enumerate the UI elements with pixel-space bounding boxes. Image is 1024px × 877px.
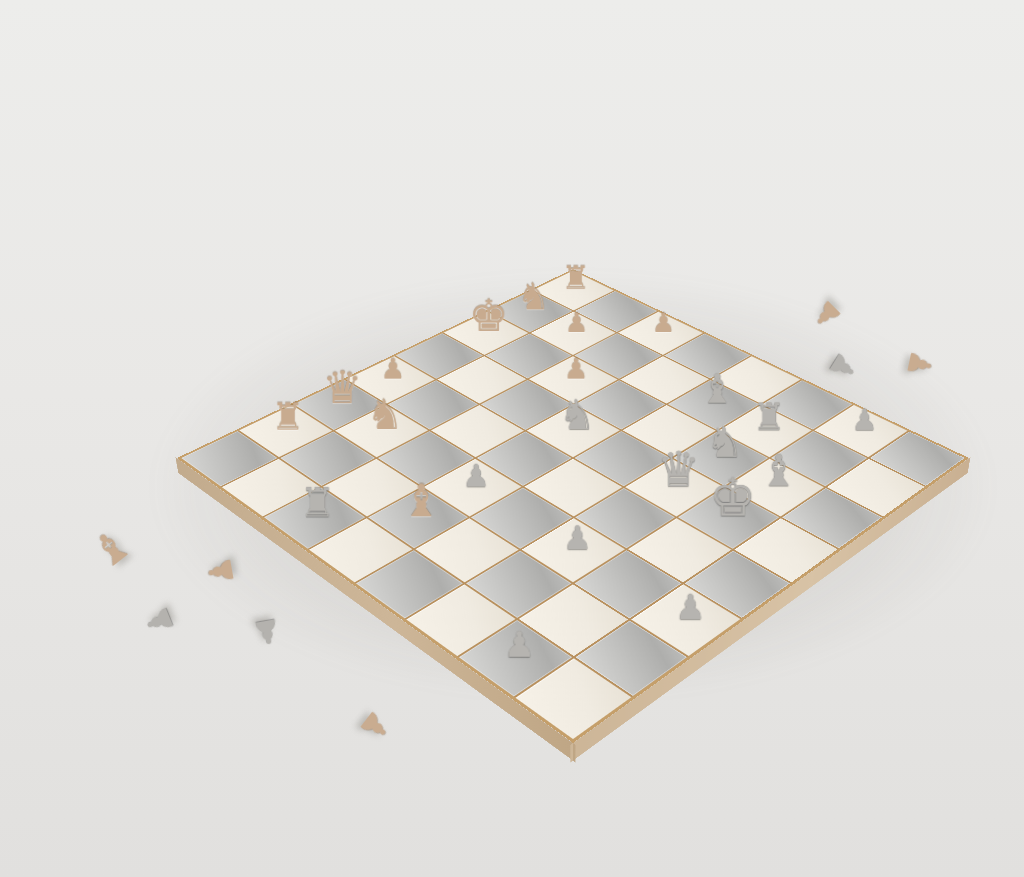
piece-black-pawn-f6[interactable]: ♟ xyxy=(564,355,589,383)
piece-white-king-e2[interactable]: ♚ xyxy=(709,471,756,524)
piece-black-rook-b8[interactable]: ♜ xyxy=(272,398,305,435)
piece-black-pawn-g7[interactable]: ♟ xyxy=(564,310,588,337)
piece-white-rook-a6[interactable]: ♜ xyxy=(300,483,336,523)
piece-black-knight-c7[interactable]: ♞ xyxy=(366,395,403,436)
fallen-black-pawn-2[interactable]: ♟ xyxy=(203,554,239,588)
photo-scene: ♜♛♟♚♞♜♞♟♜♟♟♝♟♞♝♟♛♞♜♟♚♝♟♟ ♝♟♟♟♟♟♟♟ xyxy=(0,0,1024,877)
fallen-white-pawn-4[interactable]: ♟ xyxy=(250,614,284,650)
piece-white-pawn-c1[interactable]: ♟ xyxy=(675,590,706,624)
piece-white-bishop-f2[interactable]: ♝ xyxy=(760,450,799,493)
piece-black-knight-g8[interactable]: ♞ xyxy=(517,279,550,316)
fallen-black-bishop-1[interactable]: ♝ xyxy=(84,521,140,577)
piece-black-pawn-h6[interactable]: ♟ xyxy=(652,310,676,337)
piece-white-rook-g3[interactable]: ♜ xyxy=(752,398,785,435)
piece-white-bishop-g4[interactable]: ♝ xyxy=(699,369,735,409)
piece-white-pawn-c3[interactable]: ♟ xyxy=(563,522,592,555)
piece-black-pawn-d8[interactable]: ♟ xyxy=(381,355,406,383)
piece-black-king-f8[interactable]: ♚ xyxy=(469,294,509,339)
piece-black-queen-c8[interactable]: ♛ xyxy=(322,365,362,410)
piece-white-pawn-c5[interactable]: ♟ xyxy=(462,461,490,492)
fallen-black-pawn-5[interactable]: ♟ xyxy=(354,705,397,747)
piece-black-bishop-b5[interactable]: ♝ xyxy=(402,479,442,523)
piece-white-queen-e3[interactable]: ♛ xyxy=(656,445,699,493)
piece-white-knight-f3[interactable]: ♞ xyxy=(706,421,744,463)
piece-white-pawn-h2[interactable]: ♟ xyxy=(852,405,878,434)
piece-black-rook-h8[interactable]: ♜ xyxy=(562,262,591,294)
piece-white-knight-e5[interactable]: ♞ xyxy=(558,395,595,436)
piece-white-pawn-a2[interactable]: ♟ xyxy=(504,627,536,662)
